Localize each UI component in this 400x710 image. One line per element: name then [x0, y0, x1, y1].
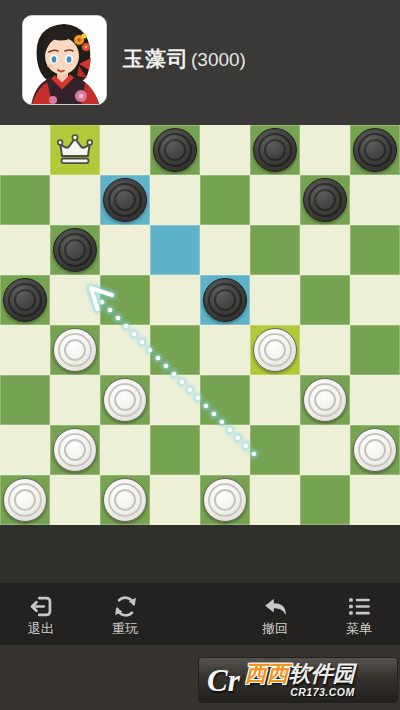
square-g4[interactable]: [300, 325, 350, 375]
square-a8[interactable]: [0, 125, 50, 175]
white-man-a1[interactable]: [3, 478, 47, 522]
square-a4[interactable]: [0, 325, 50, 375]
replay-label: 重玩: [112, 622, 138, 636]
avatar-illustration: [23, 16, 107, 105]
square-d8[interactable]: [150, 125, 200, 175]
site-watermark: Cr 西西 软件园 CR173.COM: [199, 658, 397, 702]
square-f8[interactable]: [250, 125, 300, 175]
square-g6[interactable]: [300, 225, 350, 275]
square-d4[interactable]: [150, 325, 200, 375]
square-h2[interactable]: [350, 425, 400, 475]
black-man-e5[interactable]: [203, 278, 247, 322]
menu-button[interactable]: 菜单: [330, 593, 388, 636]
square-c5[interactable]: [100, 275, 150, 325]
opponent-avatar: [22, 15, 107, 105]
square-b5[interactable]: [50, 275, 100, 325]
square-b3[interactable]: [50, 375, 100, 425]
square-g7[interactable]: [300, 175, 350, 225]
watermark-logo: Cr: [207, 665, 240, 696]
square-d7[interactable]: [150, 175, 200, 225]
square-c4[interactable]: [100, 325, 150, 375]
square-e1[interactable]: [200, 475, 250, 525]
lower-spacer-band: [0, 525, 400, 583]
square-f5[interactable]: [250, 275, 300, 325]
square-h1[interactable]: [350, 475, 400, 525]
square-a3[interactable]: [0, 375, 50, 425]
black-man-g7[interactable]: [303, 178, 347, 222]
square-a6[interactable]: [0, 225, 50, 275]
undo-label: 撤回: [262, 622, 288, 636]
square-a2[interactable]: [0, 425, 50, 475]
square-g1[interactable]: [300, 475, 350, 525]
square-d1[interactable]: [150, 475, 200, 525]
white-man-g3[interactable]: [303, 378, 347, 422]
square-e3[interactable]: [200, 375, 250, 425]
square-e4[interactable]: [200, 325, 250, 375]
exit-label: 退出: [28, 622, 54, 636]
square-b6[interactable]: [50, 225, 100, 275]
watermark-url: CR173.COM: [290, 686, 355, 698]
footer-band: Cr 西西 软件园 CR173.COM: [0, 645, 400, 710]
square-e5[interactable]: [200, 275, 250, 325]
white-man-h2[interactable]: [353, 428, 397, 472]
square-g8[interactable]: [300, 125, 350, 175]
square-d2[interactable]: [150, 425, 200, 475]
square-g2[interactable]: [300, 425, 350, 475]
black-man-a5[interactable]: [3, 278, 47, 322]
square-f6[interactable]: [250, 225, 300, 275]
watermark-site-orange: 西西: [245, 663, 289, 685]
square-h4[interactable]: [350, 325, 400, 375]
square-a7[interactable]: [0, 175, 50, 225]
square-h7[interactable]: [350, 175, 400, 225]
bottom-toolbar: 退出 重玩 撤回: [0, 583, 400, 645]
exit-button[interactable]: 退出: [12, 593, 70, 636]
white-man-c3[interactable]: [103, 378, 147, 422]
square-f7[interactable]: [250, 175, 300, 225]
white-man-f4[interactable]: [253, 328, 297, 372]
square-b4[interactable]: [50, 325, 100, 375]
logout-icon: [28, 593, 55, 620]
square-e2[interactable]: [200, 425, 250, 475]
square-b1[interactable]: [50, 475, 100, 525]
square-a5[interactable]: [0, 275, 50, 325]
watermark-site-white: 软件园: [289, 663, 355, 685]
square-c3[interactable]: [100, 375, 150, 425]
menu-list-icon: [346, 593, 373, 620]
watermark-text: 西西 软件园 CR173.COM: [245, 663, 355, 698]
crown-icon: [55, 134, 95, 166]
square-b2[interactable]: [50, 425, 100, 475]
square-c1[interactable]: [100, 475, 150, 525]
square-e8[interactable]: [200, 125, 250, 175]
square-c2[interactable]: [100, 425, 150, 475]
replay-icon: [112, 593, 139, 620]
black-man-b6[interactable]: [53, 228, 97, 272]
square-f4[interactable]: [250, 325, 300, 375]
square-d5[interactable]: [150, 275, 200, 325]
opponent-header: 玉藻司 (3000): [0, 0, 400, 125]
player-rating: (3000): [191, 49, 246, 71]
square-b7[interactable]: [50, 175, 100, 225]
square-h8[interactable]: [350, 125, 400, 175]
square-h6[interactable]: [350, 225, 400, 275]
square-g3[interactable]: [300, 375, 350, 425]
white-man-b4[interactable]: [53, 328, 97, 372]
square-f3[interactable]: [250, 375, 300, 425]
square-f1[interactable]: [250, 475, 300, 525]
square-e7[interactable]: [200, 175, 250, 225]
black-man-c7[interactable]: [103, 178, 147, 222]
undo-arrow-icon: [262, 593, 289, 620]
menu-label: 菜单: [346, 622, 372, 636]
square-d6[interactable]: [150, 225, 200, 275]
black-man-f8[interactable]: [253, 128, 297, 172]
black-man-h8[interactable]: [353, 128, 397, 172]
white-man-c1[interactable]: [103, 478, 147, 522]
player-name: 玉藻司: [123, 45, 189, 73]
replay-button[interactable]: 重玩: [96, 593, 154, 636]
square-a1[interactable]: [0, 475, 50, 525]
square-b8[interactable]: [50, 125, 100, 175]
square-g5[interactable]: [300, 275, 350, 325]
square-f2[interactable]: [250, 425, 300, 475]
board: [0, 125, 400, 525]
white-man-e1[interactable]: [203, 478, 247, 522]
square-h3[interactable]: [350, 375, 400, 425]
square-e6[interactable]: [200, 225, 250, 275]
checkers-app-screen: 玉藻司 (3000): [0, 0, 400, 710]
square-c6[interactable]: [100, 225, 150, 275]
square-h5[interactable]: [350, 275, 400, 325]
white-man-b2[interactable]: [53, 428, 97, 472]
square-c7[interactable]: [100, 175, 150, 225]
player-line: 玉藻司 (3000): [123, 45, 246, 73]
undo-button[interactable]: 撤回: [246, 593, 304, 636]
square-c8[interactable]: [100, 125, 150, 175]
black-man-d8[interactable]: [153, 128, 197, 172]
square-d3[interactable]: [150, 375, 200, 425]
